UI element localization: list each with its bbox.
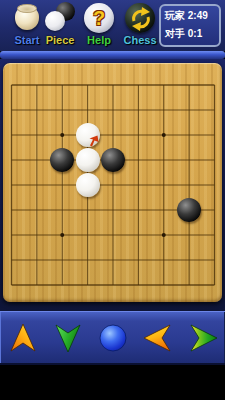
board-background [0,59,225,311]
piece-label: Piece [38,33,82,48]
player-label: 玩家 [165,10,185,21]
top-toolbar: Start Piece ? Help [0,0,225,51]
move-last-button[interactable] [50,320,86,356]
last-move-marker-icon [89,133,99,145]
game-board[interactable] [3,63,222,302]
board-grid [3,63,222,302]
player-time: 2:49 [188,10,208,21]
opponent-time: 0:1 [188,28,202,39]
help-label: Help [80,33,118,48]
screen-bottom-filler [0,365,225,400]
right-arrow-icon [186,321,220,355]
circular-arrows-icon [125,3,155,33]
opponent-timer: 对手 0:1 [165,25,219,43]
app-screen: Start Piece ? Help [0,0,225,400]
stone-white [76,173,100,197]
bowl-rim [17,4,37,13]
stone-white [76,123,100,147]
chess-label: Chess [119,33,161,48]
opponent-label: 对手 [165,28,185,39]
player-timer: 玩家 2:49 [165,7,219,25]
chess-button[interactable]: Chess [119,2,161,48]
blue-ball-icon [96,321,130,355]
bottom-toolbar [0,311,225,365]
piece-button[interactable]: Piece [38,2,82,48]
bowl-icon [13,2,41,33]
down-arrow-icon [51,321,85,355]
current-position-button[interactable] [95,320,131,356]
move-back-button[interactable] [140,320,176,356]
stone-black [101,148,125,172]
stone-white [76,148,100,172]
question-mark-icon: ? [84,3,114,33]
left-arrow-icon [141,321,175,355]
stone-black [177,198,201,222]
gloss-divider [0,51,225,59]
help-button[interactable]: ? Help [80,2,118,48]
stones-icon [43,2,77,33]
timer-panel: 玩家 2:49 对手 0:1 [159,4,221,47]
up-arrow-icon [6,321,40,355]
white-stone-icon [45,11,65,31]
move-forward-button[interactable] [185,320,221,356]
move-first-button[interactable] [5,320,41,356]
